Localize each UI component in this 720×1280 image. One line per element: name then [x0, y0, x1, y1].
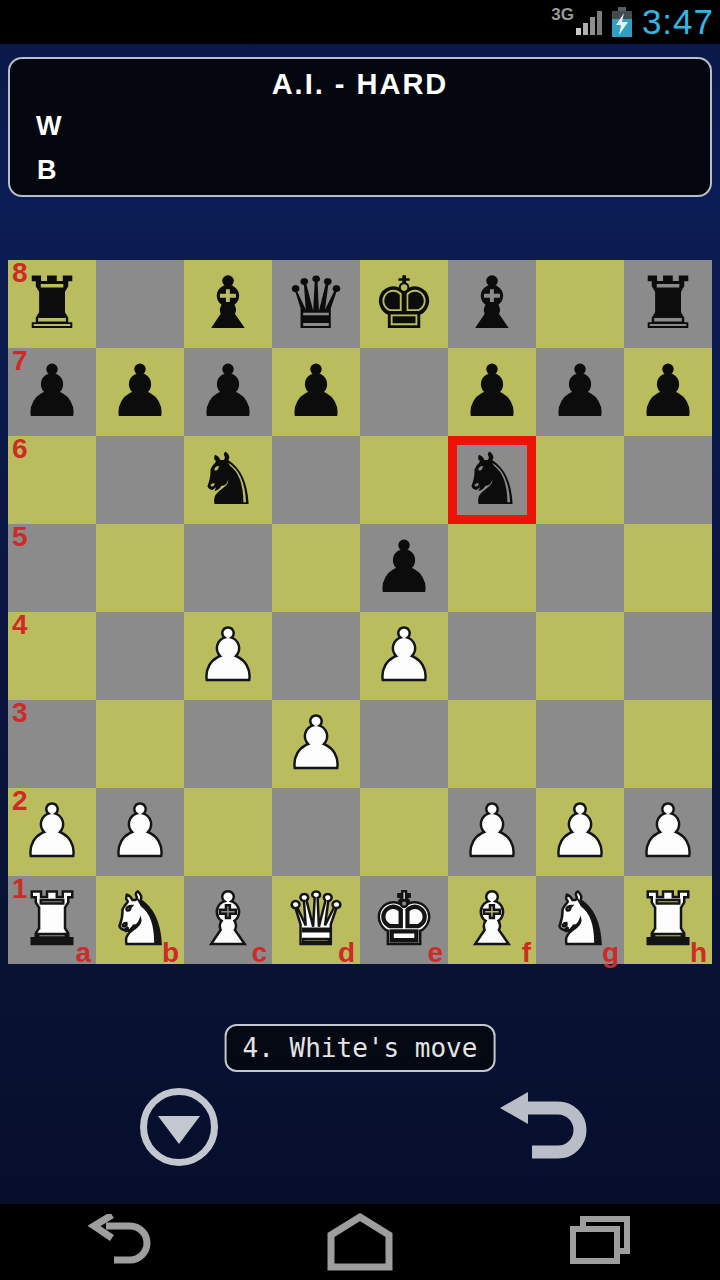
square-f7[interactable]: ♟: [448, 348, 536, 436]
square-b6[interactable]: [96, 436, 184, 524]
black-rook: ♜: [624, 260, 712, 348]
black-pawn: ♟: [536, 348, 624, 436]
square-b5[interactable]: [96, 524, 184, 612]
square-b1[interactable]: b♞: [96, 876, 184, 964]
square-h5[interactable]: [624, 524, 712, 612]
white-pawn: ♟: [272, 700, 360, 788]
black-queen: ♛: [272, 260, 360, 348]
black-knight: ♞: [448, 436, 536, 524]
black-bishop: ♝: [184, 260, 272, 348]
game-info-panel: A.I. - HARD W B: [8, 57, 712, 197]
black-pawn: ♟: [184, 348, 272, 436]
file-label-e: e: [427, 937, 443, 969]
white-pawn: ♟: [96, 788, 184, 876]
square-c8[interactable]: ♝: [184, 260, 272, 348]
square-f3[interactable]: [448, 700, 536, 788]
square-e1[interactable]: e♚: [360, 876, 448, 964]
square-c5[interactable]: [184, 524, 272, 612]
phone-screen: 3G 3:47 A.I. - HARD W B 8♜♝♛♚♝♜7♟♟♟♟♟♟♟6…: [0, 0, 720, 1280]
square-g3[interactable]: [536, 700, 624, 788]
black-pawn: ♟: [624, 348, 712, 436]
square-c7[interactable]: ♟: [184, 348, 272, 436]
square-g2[interactable]: ♟: [536, 788, 624, 876]
recent-apps-icon: [569, 1215, 631, 1269]
square-d4[interactable]: [272, 612, 360, 700]
black-bishop: ♝: [448, 260, 536, 348]
back-arrow-icon: [84, 1214, 156, 1270]
file-label-f: f: [522, 937, 531, 969]
square-g1[interactable]: g♞: [536, 876, 624, 964]
square-b7[interactable]: ♟: [96, 348, 184, 436]
rank-label-2: 2: [12, 785, 28, 817]
black-king: ♚: [360, 260, 448, 348]
white-pawn: ♟: [360, 612, 448, 700]
home-icon: [327, 1213, 393, 1271]
square-c2[interactable]: [184, 788, 272, 876]
square-f8[interactable]: ♝: [448, 260, 536, 348]
square-c3[interactable]: [184, 700, 272, 788]
square-h6[interactable]: [624, 436, 712, 524]
square-a6[interactable]: 6: [8, 436, 96, 524]
square-b3[interactable]: [96, 700, 184, 788]
battery-charging-icon: [612, 7, 632, 37]
square-d8[interactable]: ♛: [272, 260, 360, 348]
square-f4[interactable]: [448, 612, 536, 700]
square-c6[interactable]: ♞: [184, 436, 272, 524]
black-knight: ♞: [184, 436, 272, 524]
file-label-h: h: [690, 937, 707, 969]
square-h4[interactable]: [624, 612, 712, 700]
square-h3[interactable]: [624, 700, 712, 788]
move-status-badge: 4. White's move: [225, 1024, 496, 1072]
black-pawn: ♟: [360, 524, 448, 612]
square-f5[interactable]: [448, 524, 536, 612]
square-b2[interactable]: ♟: [96, 788, 184, 876]
square-a5[interactable]: 5: [8, 524, 96, 612]
android-nav-bar: [0, 1204, 720, 1280]
square-f1[interactable]: f♝: [448, 876, 536, 964]
square-g4[interactable]: [536, 612, 624, 700]
white-pawn: ♟: [184, 612, 272, 700]
square-g7[interactable]: ♟: [536, 348, 624, 436]
opponent-title: A.I. - HARD: [10, 68, 710, 101]
square-a2[interactable]: 2♟: [8, 788, 96, 876]
rank-label-5: 5: [12, 521, 28, 553]
square-d6[interactable]: [272, 436, 360, 524]
undo-arrowhead-icon: [500, 1092, 528, 1124]
square-h8[interactable]: ♜: [624, 260, 712, 348]
scroll-down-button[interactable]: [140, 1088, 218, 1166]
chess-board: 8♜♝♛♚♝♜7♟♟♟♟♟♟♟6♞♞5♟4♟♟3♟2♟♟♟♟♟1a♜b♞c♝d♛…: [8, 260, 712, 964]
white-pawn: ♟: [448, 788, 536, 876]
square-g6[interactable]: [536, 436, 624, 524]
square-e8[interactable]: ♚: [360, 260, 448, 348]
file-label-c: c: [251, 937, 267, 969]
nav-back-button[interactable]: [0, 1214, 240, 1270]
black-side-label: B: [37, 155, 57, 186]
square-g5[interactable]: [536, 524, 624, 612]
square-a4[interactable]: 4: [8, 612, 96, 700]
signal-strength-icon: [576, 9, 602, 35]
rank-label-7: 7: [12, 345, 28, 377]
square-g8[interactable]: [536, 260, 624, 348]
square-a7[interactable]: 7♟: [8, 348, 96, 436]
square-d3[interactable]: ♟: [272, 700, 360, 788]
black-pawn: ♟: [272, 348, 360, 436]
rank-label-3: 3: [12, 697, 28, 729]
rank-label-1: 1: [12, 873, 28, 905]
square-d5[interactable]: [272, 524, 360, 612]
square-c4[interactable]: ♟: [184, 612, 272, 700]
lightning-bolt-icon: [615, 13, 629, 35]
square-a3[interactable]: 3: [8, 700, 96, 788]
square-d1[interactable]: d♛: [272, 876, 360, 964]
white-pawn: ♟: [624, 788, 712, 876]
rank-label-6: 6: [12, 433, 28, 465]
square-a1[interactable]: 1a♜: [8, 876, 96, 964]
square-b4[interactable]: [96, 612, 184, 700]
black-pawn: ♟: [96, 348, 184, 436]
square-f2[interactable]: ♟: [448, 788, 536, 876]
square-e6[interactable]: [360, 436, 448, 524]
android-status-bar: 3G 3:47: [0, 0, 720, 44]
white-pawn: ♟: [536, 788, 624, 876]
file-label-d: d: [338, 937, 355, 969]
square-e5[interactable]: ♟: [360, 524, 448, 612]
square-e3[interactable]: [360, 700, 448, 788]
square-f6[interactable]: ♞: [448, 436, 536, 524]
nav-recents-button[interactable]: [480, 1215, 720, 1269]
square-a8[interactable]: 8♜: [8, 260, 96, 348]
down-arrow-icon: [158, 1116, 200, 1144]
clock-time: 3:47: [642, 2, 714, 42]
undo-move-button[interactable]: [488, 1090, 592, 1166]
file-label-a: a: [75, 937, 91, 969]
file-label-g: g: [602, 937, 619, 969]
rank-label-8: 8: [12, 257, 28, 289]
square-d7[interactable]: ♟: [272, 348, 360, 436]
network-type-label: 3G: [551, 5, 574, 25]
black-pawn: ♟: [448, 348, 536, 436]
square-e4[interactable]: ♟: [360, 612, 448, 700]
square-h1[interactable]: h♜: [624, 876, 712, 964]
square-e7[interactable]: [360, 348, 448, 436]
white-side-label: W: [36, 111, 61, 142]
square-b8[interactable]: [96, 260, 184, 348]
file-label-b: b: [162, 937, 179, 969]
square-e2[interactable]: [360, 788, 448, 876]
square-d2[interactable]: [272, 788, 360, 876]
square-h2[interactable]: ♟: [624, 788, 712, 876]
rank-label-4: 4: [12, 609, 28, 641]
square-h7[interactable]: ♟: [624, 348, 712, 436]
square-c1[interactable]: c♝: [184, 876, 272, 964]
nav-home-button[interactable]: [240, 1213, 480, 1271]
